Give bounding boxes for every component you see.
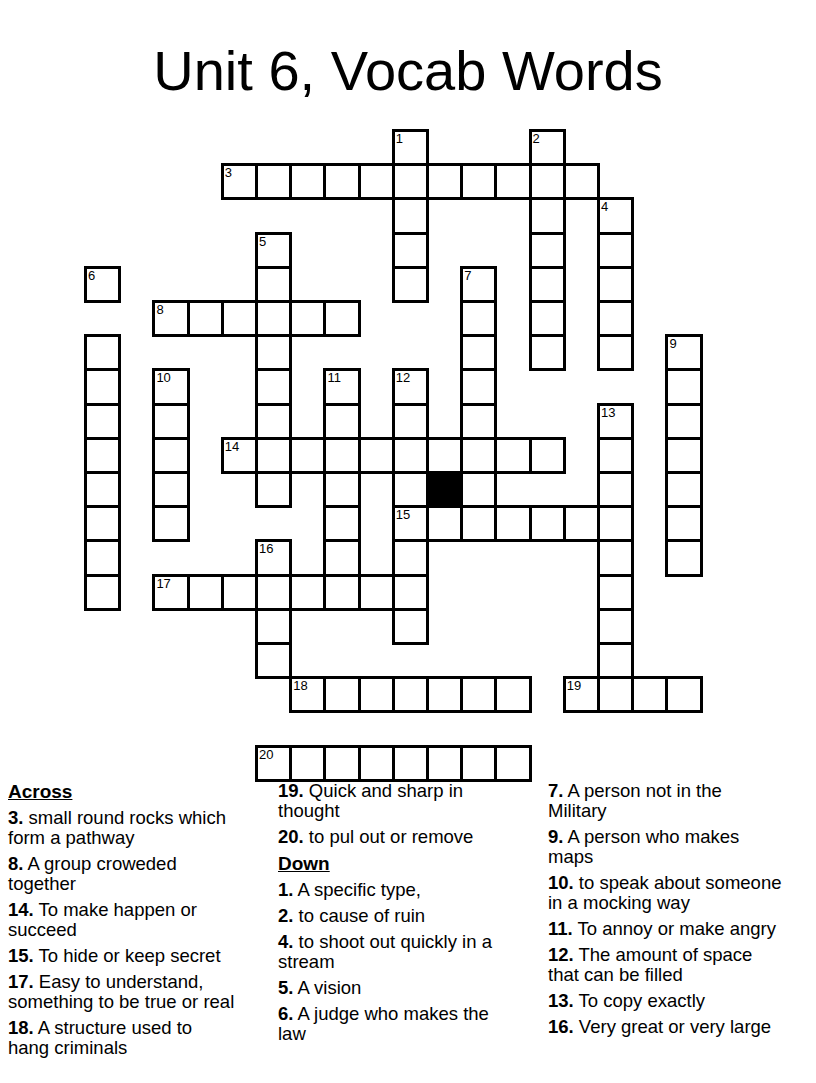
grid-cell-r1c8	[358, 163, 395, 200]
clue-number-label: 2.	[278, 905, 293, 926]
grid-cell-r16c12	[494, 676, 531, 713]
clue-number-label: 17.	[8, 971, 34, 992]
grid-cell-r16c17	[665, 676, 702, 713]
grid-cell-r2c13	[529, 197, 566, 234]
grid-cell-r13c7	[323, 574, 360, 611]
clue-number-label: 12.	[548, 944, 574, 965]
grid-cell-r11c0	[84, 505, 121, 542]
grid-cell-r7c11	[460, 368, 497, 405]
cell-number-8: 8	[156, 303, 163, 316]
grid-cell-r11c12	[494, 505, 531, 542]
grid-cell-r8c7	[323, 403, 360, 440]
grid-cell-r1c13	[529, 163, 566, 200]
grid-cell-r18c8	[358, 745, 395, 782]
clue-across-15: 15. To hide or keep secret	[8, 946, 238, 966]
grid-cell-r5c5	[255, 300, 292, 337]
grid-cell-r9c5	[255, 437, 292, 474]
clue-across-3: 3. small round rocks which form a pathwa…	[8, 808, 238, 848]
grid-cell-r18c12	[494, 745, 531, 782]
clue-across-18: 18. A structure used to hang criminals	[8, 1018, 238, 1058]
grid-cell-r9c15	[597, 437, 634, 474]
grid-cell-r10c7	[323, 471, 360, 508]
grid-cell-r8c0	[84, 403, 121, 440]
clue-number-label: 10.	[548, 872, 574, 893]
clue-number-label: 11.	[548, 918, 573, 939]
grid-cell-r5c4	[221, 300, 258, 337]
clue-down-9: 9. A person who makes maps	[548, 827, 782, 867]
grid-cell-r10c5	[255, 471, 292, 508]
grid-cell-r10c17	[665, 471, 702, 508]
puzzle-title: Unit 6, Vocab Words	[0, 40, 816, 102]
cell-number-16: 16	[259, 542, 273, 555]
grid-cell-r15c15	[597, 642, 634, 679]
grid-cell-r1c7	[323, 163, 360, 200]
cell-number-13: 13	[601, 406, 615, 419]
clue-down-12: 12. The amount of space that can be fill…	[548, 945, 782, 985]
grid-cell-r16c8	[358, 676, 395, 713]
clue-down-7: 7. A person not in the Military	[548, 781, 782, 821]
grid-cell-r14c5	[255, 608, 292, 645]
grid-cell-r6c5	[255, 334, 292, 371]
clue-down-5: 5. A vision	[278, 978, 492, 998]
clue-down-16: 16. Very great or very large	[548, 1017, 782, 1037]
grid-cell-r3c15	[597, 232, 634, 269]
clue-across-19: 19. Quick and sharp in thought	[278, 781, 492, 821]
grid-cell-r16c11	[460, 676, 497, 713]
grid-cell-r13c9	[392, 574, 429, 611]
across-header: Across	[8, 781, 238, 802]
cell-number-17: 17	[156, 577, 170, 590]
grid-cell-r9c12	[494, 437, 531, 474]
grid-cell-r11c15	[597, 505, 634, 542]
cell-number-10: 10	[156, 371, 170, 384]
clue-number-label: 19.	[278, 780, 304, 801]
grid-cell-r9c11	[460, 437, 497, 474]
grid-cell-r8c2	[152, 403, 189, 440]
grid-cell-r16c9	[392, 676, 429, 713]
grid-cell-r16c16	[631, 676, 668, 713]
clue-number-label: 5.	[278, 977, 293, 998]
grid-cell-r12c0	[84, 539, 121, 576]
grid-cell-r1c10	[426, 163, 463, 200]
grid-cell-r4c9	[392, 266, 429, 303]
grid-cell-r12c7	[323, 539, 360, 576]
clue-number-label: 6.	[278, 1003, 293, 1024]
clue-down-2: 2. to cause of ruin	[278, 906, 492, 926]
grid-cell-r5c11	[460, 300, 497, 337]
grid-cell-r10c9	[392, 471, 429, 508]
cell-number-11: 11	[327, 371, 341, 384]
grid-cell-r5c3	[187, 300, 224, 337]
grid-cell-r15c5	[255, 642, 292, 679]
grid-cell-r9c8	[358, 437, 395, 474]
cell-number-6: 6	[88, 269, 95, 282]
cell-number-1: 1	[396, 132, 403, 145]
grid-cell-r2c9	[392, 197, 429, 234]
grid-cell-r8c5	[255, 403, 292, 440]
grid-cell-r6c11	[460, 334, 497, 371]
grid-cell-r7c0	[84, 368, 121, 405]
crossword-page: { "game": "crossword", "title": "Unit 6,…	[0, 0, 816, 1083]
grid-cell-r11c13	[529, 505, 566, 542]
grid-cell-r13c3	[187, 574, 224, 611]
clue-number-label: 7.	[548, 780, 563, 801]
grid-cell-r10c2	[152, 471, 189, 508]
grid-cell-r11c7	[323, 505, 360, 542]
grid-cell-r1c14	[563, 163, 600, 200]
grid-cell-r13c15	[597, 574, 634, 611]
grid-cell-r12c17	[665, 539, 702, 576]
grid-cell-r9c2	[152, 437, 189, 474]
grid-cell-r9c13	[529, 437, 566, 474]
grid-cell-r11c10	[426, 505, 463, 542]
grid-cell-r3c13	[529, 232, 566, 269]
grid-cell-r1c11	[460, 163, 497, 200]
clue-down-11: 11. To annoy or make angry	[548, 919, 782, 939]
clue-across-8: 8. A group croweded together	[8, 854, 238, 894]
grid-cell-r11c11	[460, 505, 497, 542]
grid-cell-r13c8	[358, 574, 395, 611]
cell-number-19: 19	[567, 679, 581, 692]
grid-cell-r9c10	[426, 437, 463, 474]
clue-down-13: 13. To copy exactly	[548, 991, 782, 1011]
black-cell	[426, 471, 463, 508]
grid-cell-r1c12	[494, 163, 531, 200]
grid-cell-r4c15	[597, 266, 634, 303]
grid-cell-r1c5	[255, 163, 292, 200]
grid-cell-r11c17	[665, 505, 702, 542]
grid-cell-r14c15	[597, 608, 634, 645]
grid-cell-r18c6	[289, 745, 326, 782]
cell-number-20: 20	[259, 748, 273, 761]
clue-down-1: 1. A specific type,	[278, 880, 492, 900]
clue-across-14: 14. To make happen or succeed	[8, 900, 238, 940]
grid-cell-r16c15	[597, 676, 634, 713]
grid-cell-r5c13	[529, 300, 566, 337]
cell-number-14: 14	[225, 440, 239, 453]
cell-number-5: 5	[259, 235, 266, 248]
grid-cell-r9c9	[392, 437, 429, 474]
grid-cell-r4c5	[255, 266, 292, 303]
crossword-grid: 1234567891011121314151617181920	[84, 129, 704, 783]
grid-cell-r5c6	[289, 300, 326, 337]
cell-number-12: 12	[396, 371, 410, 384]
grid-cell-r13c0	[84, 574, 121, 611]
grid-cell-r8c11	[460, 403, 497, 440]
grid-cell-r6c15	[597, 334, 634, 371]
grid-cell-r11c2	[152, 505, 189, 542]
clue-number-label: 14.	[8, 899, 34, 920]
clue-number-label: 18.	[8, 1017, 34, 1038]
grid-cell-r18c7	[323, 745, 360, 782]
grid-cell-r10c11	[460, 471, 497, 508]
grid-cell-r6c13	[529, 334, 566, 371]
grid-cell-r13c6	[289, 574, 326, 611]
grid-cell-r12c9	[392, 539, 429, 576]
cell-number-15: 15	[396, 508, 410, 521]
cell-number-3: 3	[225, 166, 232, 179]
cell-number-18: 18	[293, 679, 307, 692]
grid-cell-r5c7	[323, 300, 360, 337]
clue-across-20: 20. to pul out or remove	[278, 827, 492, 847]
grid-cell-r8c17	[665, 403, 702, 440]
clue-across-17: 17. Easy to understand, something to be …	[8, 972, 238, 1012]
clue-number-label: 3.	[8, 807, 23, 828]
grid-cell-r16c7	[323, 676, 360, 713]
grid-cell-r8c9	[392, 403, 429, 440]
clue-number-label: 13.	[548, 990, 574, 1011]
grid-cell-r4c13	[529, 266, 566, 303]
grid-cell-r5c15	[597, 300, 634, 337]
grid-cell-r7c17	[665, 368, 702, 405]
clue-number-label: 9.	[548, 826, 563, 847]
grid-cell-r10c0	[84, 471, 121, 508]
cell-number-2: 2	[533, 132, 540, 145]
cell-number-7: 7	[464, 269, 471, 282]
clue-number-label: 8.	[8, 853, 23, 874]
clue-number-label: 1.	[278, 879, 293, 900]
grid-cell-r13c4	[221, 574, 258, 611]
grid-cell-r18c10	[426, 745, 463, 782]
down-header-label: Down	[278, 853, 330, 874]
grid-cell-r11c14	[563, 505, 600, 542]
clue-down-10: 10. to speak about someone in a mocking …	[548, 873, 782, 913]
grid-cell-r1c6	[289, 163, 326, 200]
grid-cell-r9c17	[665, 437, 702, 474]
grid-cell-r14c9	[392, 608, 429, 645]
clue-number-label: 4.	[278, 931, 293, 952]
clues-column-middle: 19. Quick and sharp in thought20. to pul…	[278, 781, 492, 1050]
grid-cell-r12c15	[597, 539, 634, 576]
grid-cell-r18c11	[460, 745, 497, 782]
clues-column-left: Across3. small round rocks which form a …	[8, 781, 238, 1064]
cell-number-4: 4	[601, 200, 608, 213]
clue-number-label: 15.	[8, 945, 34, 966]
grid-cell-r9c7	[323, 437, 360, 474]
clue-number-label: 20.	[278, 826, 304, 847]
grid-cell-r1c9	[392, 163, 429, 200]
across-header-label: Across	[8, 781, 72, 802]
clue-down-6: 6. A judge who makes the law	[278, 1004, 492, 1044]
clue-down-4: 4. to shoot out quickly in a stream	[278, 932, 492, 972]
grid-cell-r7c5	[255, 368, 292, 405]
cell-number-9: 9	[669, 337, 676, 350]
grid-cell-r9c0	[84, 437, 121, 474]
grid-cell-r10c15	[597, 471, 634, 508]
clue-number-label: 16.	[548, 1016, 574, 1037]
grid-cell-r3c9	[392, 232, 429, 269]
clues-column-right: 7. A person not in the Military9. A pers…	[548, 781, 782, 1043]
grid-cell-r13c5	[255, 574, 292, 611]
grid-cell-r6c0	[84, 334, 121, 371]
grid-cell-r16c10	[426, 676, 463, 713]
grid-cell-r18c9	[392, 745, 429, 782]
down-header: Down	[278, 853, 492, 874]
grid-cell-r9c6	[289, 437, 326, 474]
